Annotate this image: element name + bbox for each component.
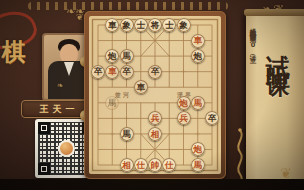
piece-馬[interactable]: 馬 (120, 127, 134, 141)
ghost-piece-馬: 馬 (105, 96, 119, 110)
video-thumbnail: ❧❧ ❧❦ ❦ 棋 王天一 ❧ (0, 0, 304, 190)
course-scroll-panel: 提高象棋计算力中局10讲（上） 试听课 ❦ (246, 13, 304, 190)
piece-兵[interactable]: 兵 (177, 111, 191, 125)
piece-車[interactable]: 車 (191, 34, 205, 48)
piece-卒[interactable]: 卒 (91, 65, 105, 79)
trial-lesson-badge[interactable]: 试听课 (262, 35, 294, 175)
presenter-name: 王天一 (40, 103, 79, 116)
board-face[interactable]: 楚河 漢界 車象士将士象車炮馬炮卒車卒卒車炮馬兵兵卒馬相炮相仕帥仕馬馬 (89, 16, 221, 174)
course-subtitle: 提高象棋计算力中局10讲（上） (248, 23, 257, 173)
logo-character: 棋 (2, 36, 26, 68)
cloud-ornament-icon: ❧ (57, 82, 64, 90)
piece-馬[interactable]: 馬 (191, 158, 205, 172)
piece-象[interactable]: 象 (177, 18, 191, 32)
xiangqi-board-frame: 楚河 漢界 車象士将士象車炮馬炮卒車卒卒車炮馬兵兵卒馬相炮相仕帥仕馬馬 (84, 11, 226, 179)
qr-finder-icon (38, 122, 50, 134)
piece-将[interactable]: 将 (148, 18, 162, 32)
piece-卒[interactable]: 卒 (120, 65, 134, 79)
piece-象[interactable]: 象 (120, 18, 134, 32)
piece-馬[interactable]: 馬 (120, 49, 134, 63)
cloud-ornament-icon: ❦ (76, 13, 84, 22)
piece-馬[interactable]: 馬 (191, 96, 205, 110)
piece-相[interactable]: 相 (120, 158, 134, 172)
scroll-roll-top (244, 9, 304, 16)
bottom-bar (0, 179, 304, 190)
piece-車[interactable]: 車 (105, 65, 119, 79)
piece-相[interactable]: 相 (148, 127, 162, 141)
piece-卒[interactable]: 卒 (148, 65, 162, 79)
piece-士[interactable]: 士 (134, 18, 148, 32)
piece-仕[interactable]: 仕 (134, 158, 148, 172)
qr-finder-icon (38, 163, 50, 175)
app-logo: 棋 (0, 14, 42, 78)
piece-帥[interactable]: 帥 (148, 158, 162, 172)
qr-center-logo-icon (60, 142, 73, 155)
piece-炮[interactable]: 炮 (191, 49, 205, 63)
piece-炮[interactable]: 炮 (177, 96, 191, 110)
piece-車[interactable]: 車 (134, 80, 148, 94)
top-filigree-band (28, 2, 228, 10)
